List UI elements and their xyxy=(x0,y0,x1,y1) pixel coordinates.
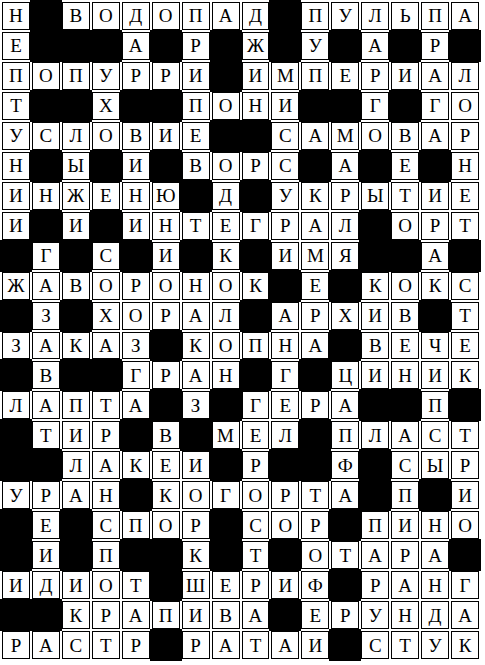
letter-cell: Е xyxy=(391,152,419,180)
letter-cell: А xyxy=(62,481,90,509)
letter-cell: И xyxy=(182,62,210,90)
letter-cell: Н xyxy=(242,92,270,120)
block-cell xyxy=(2,451,30,479)
block-cell xyxy=(271,541,299,569)
block-cell xyxy=(2,242,30,270)
letter-cell: А xyxy=(212,2,240,30)
letter-cell: Т xyxy=(32,421,60,449)
block-cell xyxy=(62,302,90,330)
letter-cell: А xyxy=(32,631,60,659)
block-cell xyxy=(361,242,389,270)
letter-cell: С xyxy=(391,451,419,479)
letter-cell: Г xyxy=(271,361,299,389)
letter-cell: С xyxy=(62,631,90,659)
letter-cell: К xyxy=(62,332,90,360)
letter-cell: Т xyxy=(451,302,479,330)
block-cell xyxy=(361,212,389,240)
letter-cell: Л xyxy=(331,212,359,240)
letter-cell: Р xyxy=(182,32,210,60)
letter-cell: Ш xyxy=(182,571,210,599)
block-cell xyxy=(271,32,299,60)
letter-cell: Р xyxy=(152,302,180,330)
letter-cell: О xyxy=(122,302,150,330)
block-cell xyxy=(331,571,359,599)
letter-cell: О xyxy=(92,571,120,599)
letter-cell: К xyxy=(182,541,210,569)
block-cell xyxy=(361,391,389,419)
letter-cell: И xyxy=(271,92,299,120)
letter-cell: Л xyxy=(212,302,240,330)
letter-cell: Ф xyxy=(301,571,329,599)
letter-cell: В xyxy=(391,122,419,150)
letter-cell: Л xyxy=(451,62,479,90)
letter-cell: И xyxy=(421,182,449,210)
letter-cell: П xyxy=(182,92,210,120)
letter-cell: Р xyxy=(242,451,270,479)
letter-cell: Р xyxy=(301,302,329,330)
block-cell xyxy=(212,62,240,90)
letter-cell: П xyxy=(152,601,180,629)
letter-cell: Р xyxy=(182,631,210,659)
block-cell xyxy=(421,152,449,180)
letter-cell: У xyxy=(301,32,329,60)
letter-cell: Т xyxy=(331,541,359,569)
letter-cell: А xyxy=(271,631,299,659)
letter-cell: Н xyxy=(182,272,210,300)
letter-cell: П xyxy=(391,481,419,509)
letter-cell: И xyxy=(391,62,419,90)
letter-cell: О xyxy=(391,212,419,240)
letter-cell: А xyxy=(122,601,150,629)
block-cell xyxy=(361,481,389,509)
block-cell xyxy=(152,152,180,180)
letter-cell: Е xyxy=(301,272,329,300)
letter-cell: Г xyxy=(451,571,479,599)
letter-cell: Д xyxy=(242,2,270,30)
letter-cell: И xyxy=(301,631,329,659)
letter-cell: Ы xyxy=(62,152,90,180)
letter-cell: А xyxy=(271,302,299,330)
letter-cell: А xyxy=(391,421,419,449)
letter-cell: И xyxy=(2,182,30,210)
block-cell xyxy=(451,242,479,270)
block-cell xyxy=(62,92,90,120)
letter-cell: И xyxy=(361,302,389,330)
letter-cell: Т xyxy=(301,481,329,509)
letter-cell: В xyxy=(62,272,90,300)
letter-cell: К xyxy=(152,481,180,509)
block-cell xyxy=(32,601,60,629)
block-cell xyxy=(421,481,449,509)
letter-cell: Р xyxy=(361,571,389,599)
letter-cell: Д xyxy=(421,601,449,629)
block-cell xyxy=(122,242,150,270)
letter-cell: И xyxy=(62,571,90,599)
letter-cell: А xyxy=(301,332,329,360)
letter-cell: П xyxy=(62,62,90,90)
letter-cell: А xyxy=(361,541,389,569)
letter-cell: С xyxy=(242,511,270,539)
letter-cell: К xyxy=(361,272,389,300)
letter-cell: К xyxy=(62,601,90,629)
block-cell xyxy=(62,32,90,60)
letter-cell: С xyxy=(271,152,299,180)
letter-cell: А xyxy=(242,601,270,629)
letter-cell: Л xyxy=(2,391,30,419)
letter-cell: С xyxy=(92,242,120,270)
block-cell xyxy=(182,182,210,210)
letter-cell: К xyxy=(182,332,210,360)
letter-cell: Н xyxy=(212,361,240,389)
letter-cell: И xyxy=(152,122,180,150)
block-cell xyxy=(2,511,30,539)
letter-cell: И xyxy=(361,361,389,389)
letter-cell: М xyxy=(271,62,299,90)
block-cell xyxy=(242,242,270,270)
letter-cell: Р xyxy=(361,62,389,90)
letter-cell: М xyxy=(212,421,240,449)
letter-cell: Т xyxy=(242,631,270,659)
letter-cell: П xyxy=(361,511,389,539)
letter-cell: Е xyxy=(301,601,329,629)
letter-cell: К xyxy=(212,242,240,270)
letter-cell: Р xyxy=(242,571,270,599)
letter-cell: Р xyxy=(182,511,210,539)
letter-cell: Т xyxy=(391,182,419,210)
letter-cell: Е xyxy=(391,332,419,360)
letter-cell: Ж xyxy=(242,32,270,60)
letter-cell: Л xyxy=(361,2,389,30)
letter-cell: А xyxy=(421,242,449,270)
letter-cell: О xyxy=(92,122,120,150)
block-cell xyxy=(122,481,150,509)
block-cell xyxy=(152,391,180,419)
letter-cell: У xyxy=(331,2,359,30)
block-cell xyxy=(122,92,150,120)
block-cell xyxy=(152,332,180,360)
letter-cell: О xyxy=(32,62,60,90)
letter-cell: О xyxy=(212,332,240,360)
letter-cell: Н xyxy=(391,601,419,629)
letter-cell: Р xyxy=(301,511,329,539)
letter-cell: О xyxy=(152,511,180,539)
block-cell xyxy=(391,92,419,120)
letter-cell: А xyxy=(301,212,329,240)
letter-cell: К xyxy=(301,182,329,210)
block-cell xyxy=(391,391,419,419)
letter-cell: С xyxy=(421,421,449,449)
letter-cell: Г xyxy=(122,361,150,389)
letter-cell: А xyxy=(92,451,120,479)
letter-cell: З xyxy=(122,332,150,360)
letter-cell: Ф xyxy=(331,451,359,479)
letter-cell: Р xyxy=(271,481,299,509)
block-cell xyxy=(32,92,60,120)
letter-cell: Н xyxy=(2,152,30,180)
letter-cell: О xyxy=(212,152,240,180)
letter-cell: П xyxy=(331,421,359,449)
letter-cell: П xyxy=(62,391,90,419)
block-cell xyxy=(212,451,240,479)
letter-cell: И xyxy=(391,511,419,539)
letter-cell: Н xyxy=(451,152,479,180)
letter-cell: О xyxy=(361,122,389,150)
letter-cell: Ь xyxy=(391,2,419,30)
block-cell xyxy=(182,421,210,449)
letter-cell: П xyxy=(122,511,150,539)
block-cell xyxy=(32,2,60,30)
letter-cell: О xyxy=(271,511,299,539)
letter-cell: П xyxy=(182,2,210,30)
block-cell xyxy=(391,32,419,60)
crossword-grid: НВОДОПАДПУЛЬПАЕАРЖУАРПОПУРРИИМПЕРИАЛТХПО… xyxy=(0,0,481,661)
letter-cell: О xyxy=(212,272,240,300)
letter-cell: Н xyxy=(152,212,180,240)
letter-cell: П xyxy=(421,2,449,30)
letter-cell: И xyxy=(62,212,90,240)
letter-cell: Р xyxy=(152,361,180,389)
letter-cell: В xyxy=(152,421,180,449)
block-cell xyxy=(451,391,479,419)
letter-cell: Г xyxy=(242,391,270,419)
block-cell xyxy=(2,302,30,330)
letter-cell: Р xyxy=(331,182,359,210)
letter-cell: Г xyxy=(361,92,389,120)
letter-cell: И xyxy=(2,212,30,240)
letter-cell: С xyxy=(92,511,120,539)
letter-cell: И xyxy=(122,152,150,180)
block-cell xyxy=(301,451,329,479)
letter-cell: Е xyxy=(271,391,299,419)
letter-cell: Ч xyxy=(421,332,449,360)
block-cell xyxy=(331,631,359,659)
letter-cell: Н xyxy=(92,481,120,509)
letter-cell: А xyxy=(451,2,479,30)
letter-cell: А xyxy=(182,361,210,389)
block-cell xyxy=(271,601,299,629)
block-cell xyxy=(152,92,180,120)
letter-cell: Д xyxy=(32,571,60,599)
letter-cell: Д xyxy=(122,2,150,30)
letter-cell: Н xyxy=(421,511,449,539)
letter-cell: М xyxy=(301,242,329,270)
letter-cell: Г xyxy=(32,242,60,270)
letter-cell: Т xyxy=(391,631,419,659)
letter-cell: И xyxy=(152,242,180,270)
letter-cell: О xyxy=(301,541,329,569)
block-cell xyxy=(331,511,359,539)
letter-cell: И xyxy=(182,451,210,479)
letter-cell: Р xyxy=(122,631,150,659)
letter-cell: А xyxy=(182,302,210,330)
crossword-board: НВОДОПАДПУЛЬПАЕАРЖУАРПОПУРРИИМПЕРИАЛТХПО… xyxy=(0,0,485,665)
letter-cell: У xyxy=(271,182,299,210)
block-cell xyxy=(331,332,359,360)
letter-cell: О xyxy=(152,2,180,30)
block-cell xyxy=(92,361,120,389)
block-cell xyxy=(32,152,60,180)
letter-cell: С xyxy=(451,272,479,300)
letter-cell: Ж xyxy=(62,182,90,210)
letter-cell: В xyxy=(391,302,419,330)
block-cell xyxy=(331,92,359,120)
letter-cell: Т xyxy=(92,631,120,659)
block-cell xyxy=(242,122,270,150)
letter-cell: Я xyxy=(331,242,359,270)
letter-cell: Е xyxy=(451,182,479,210)
letter-cell: О xyxy=(391,272,419,300)
block-cell xyxy=(331,32,359,60)
letter-cell: Е xyxy=(32,511,60,539)
block-cell xyxy=(451,541,479,569)
block-cell xyxy=(421,302,449,330)
letter-cell: З xyxy=(32,302,60,330)
letter-cell: И xyxy=(2,571,30,599)
letter-cell: Е xyxy=(212,212,240,240)
block-cell xyxy=(301,92,329,120)
letter-cell: К xyxy=(122,451,150,479)
block-cell xyxy=(62,511,90,539)
block-cell xyxy=(212,391,240,419)
letter-cell: В xyxy=(32,361,60,389)
block-cell xyxy=(242,361,270,389)
letter-cell: Х xyxy=(92,92,120,120)
letter-cell: В xyxy=(62,2,90,30)
letter-cell: Х xyxy=(331,302,359,330)
letter-cell: О xyxy=(212,92,240,120)
letter-cell: И xyxy=(242,62,270,90)
letter-cell: З xyxy=(2,332,30,360)
block-cell xyxy=(212,541,240,569)
letter-cell: Ю xyxy=(152,182,180,210)
letter-cell: Н xyxy=(271,332,299,360)
letter-cell: И xyxy=(32,541,60,569)
letter-cell: У xyxy=(361,601,389,629)
letter-cell: Н xyxy=(122,182,150,210)
letter-cell: П xyxy=(301,2,329,30)
letter-cell: Т xyxy=(182,212,210,240)
letter-cell: Т xyxy=(2,92,30,120)
letter-cell: Г xyxy=(421,92,449,120)
letter-cell: Ы xyxy=(421,451,449,479)
block-cell xyxy=(271,2,299,30)
block-cell xyxy=(152,631,180,659)
letter-cell: Г xyxy=(242,212,270,240)
letter-cell: И xyxy=(421,361,449,389)
block-cell xyxy=(152,571,180,599)
letter-cell: У xyxy=(421,631,449,659)
block-cell xyxy=(2,361,30,389)
letter-cell: Р xyxy=(122,272,150,300)
letter-cell: Д xyxy=(212,182,240,210)
letter-cell: Р xyxy=(451,451,479,479)
block-cell xyxy=(152,541,180,569)
letter-cell: Т xyxy=(122,571,150,599)
letter-cell: А xyxy=(301,122,329,150)
letter-cell: О xyxy=(92,2,120,30)
block-cell xyxy=(361,451,389,479)
letter-cell: В xyxy=(122,122,150,150)
block-cell xyxy=(361,152,389,180)
block-cell xyxy=(301,361,329,389)
letter-cell: И xyxy=(62,421,90,449)
letter-cell: Р xyxy=(92,421,120,449)
letter-cell: И xyxy=(271,242,299,270)
block-cell xyxy=(212,32,240,60)
letter-cell: П xyxy=(2,62,30,90)
block-cell xyxy=(242,182,270,210)
letter-cell: А xyxy=(212,631,240,659)
letter-cell: А xyxy=(32,272,60,300)
letter-cell: О xyxy=(152,272,180,300)
letter-cell: А xyxy=(32,332,60,360)
letter-cell: К xyxy=(242,272,270,300)
letter-cell: П xyxy=(92,541,120,569)
letter-cell: О xyxy=(92,272,120,300)
letter-cell: С xyxy=(271,122,299,150)
letter-cell: Т xyxy=(451,212,479,240)
letter-cell: Р xyxy=(451,122,479,150)
letter-cell: У xyxy=(2,481,30,509)
letter-cell: Л xyxy=(62,122,90,150)
letter-cell: Ц xyxy=(331,361,359,389)
block-cell xyxy=(271,272,299,300)
block-cell xyxy=(242,302,270,330)
letter-cell: Н xyxy=(32,182,60,210)
letter-cell: Т xyxy=(92,391,120,419)
block-cell xyxy=(62,361,90,389)
block-cell xyxy=(62,242,90,270)
letter-cell: Е xyxy=(242,421,270,449)
letter-cell: С xyxy=(32,122,60,150)
block-cell xyxy=(62,541,90,569)
letter-cell: А xyxy=(421,541,449,569)
block-cell xyxy=(152,32,180,60)
letter-cell: Е xyxy=(212,571,240,599)
letter-cell: У xyxy=(92,62,120,90)
letter-cell: Н xyxy=(2,2,30,30)
letter-cell: Е xyxy=(331,62,359,90)
letter-cell: А xyxy=(122,391,150,419)
letter-cell: Р xyxy=(92,601,120,629)
block-cell xyxy=(92,152,120,180)
letter-cell: Р xyxy=(301,391,329,419)
letter-cell: Р xyxy=(242,152,270,180)
letter-cell: П xyxy=(242,332,270,360)
block-cell xyxy=(271,451,299,479)
letter-cell: З xyxy=(182,391,210,419)
letter-cell: А xyxy=(421,122,449,150)
letter-cell: И xyxy=(451,481,479,509)
letter-cell: Р xyxy=(421,212,449,240)
block-cell xyxy=(451,32,479,60)
letter-cell: К xyxy=(421,272,449,300)
block-cell xyxy=(2,541,30,569)
letter-cell: А xyxy=(361,32,389,60)
block-cell xyxy=(182,242,210,270)
letter-cell: А xyxy=(421,62,449,90)
letter-cell: И xyxy=(122,212,150,240)
letter-cell: Н xyxy=(421,571,449,599)
letter-cell: И xyxy=(271,571,299,599)
letter-cell: И xyxy=(182,601,210,629)
block-cell xyxy=(32,212,60,240)
letter-cell: Ы xyxy=(361,182,389,210)
letter-cell: В xyxy=(182,152,210,180)
letter-cell: А xyxy=(92,332,120,360)
block-cell xyxy=(32,451,60,479)
letter-cell: Р xyxy=(391,541,419,569)
